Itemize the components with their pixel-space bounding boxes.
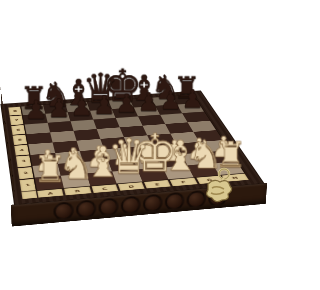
- carved-circle-ornament: [53, 201, 74, 221]
- file-label-f: F: [170, 178, 197, 187]
- scene: 87654321 ABCDEFGH ♜♞♝♛♚♝♞♜♟♟♟♟♟♟♟♟♟♟♟♟♟♟…: [0, 0, 240, 290]
- carved-circle-ornament: [76, 199, 97, 219]
- square-a1: ♜: [35, 176, 64, 191]
- file-label-b: B: [64, 186, 91, 195]
- carved-circle-ornament: [165, 192, 185, 211]
- file-label-d: D: [118, 182, 145, 191]
- chess-set-photo: 87654321 ABCDEFGH ♜♞♝♛♚♝♞♜♟♟♟♟♟♟♟♟♟♟♟♟♟♟…: [0, 0, 240, 290]
- file-label-e: E: [144, 180, 171, 189]
- file-label-c: C: [91, 184, 118, 193]
- brass-clasp-icon: [202, 166, 236, 208]
- black-pawn-piece: ♟: [13, 97, 59, 123]
- file-label-a: A: [37, 189, 64, 198]
- carved-circle-ornament: [121, 195, 141, 215]
- white-rook-piece: ♜: [23, 151, 76, 188]
- carved-circle-ornament: [98, 197, 118, 217]
- rank-label-5: 5: [13, 135, 28, 145]
- rank-label-6: 6: [11, 125, 25, 135]
- carved-circle-ornament: [143, 194, 163, 213]
- coordinate-corner-cell: [21, 191, 37, 199]
